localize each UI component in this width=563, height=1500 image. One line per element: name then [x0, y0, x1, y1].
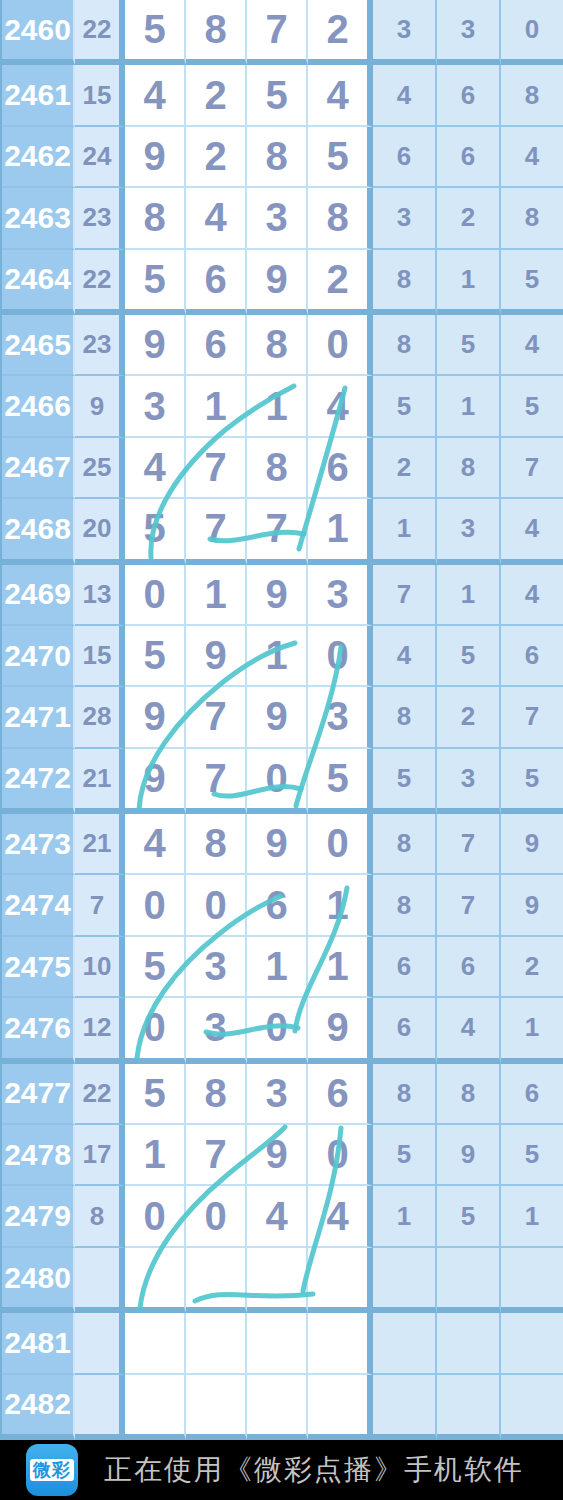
- stat-cell: 3: [373, 0, 437, 65]
- draw-digit-cell: 9: [247, 250, 308, 315]
- stat-cell: 6: [373, 998, 437, 1063]
- stat-cell: 4: [373, 626, 437, 687]
- draw-digit-cell: 3: [247, 1064, 308, 1125]
- draw-digit-cell: 0: [308, 814, 373, 875]
- draw-digit-cell: 0: [308, 1125, 373, 1186]
- draw-digit-cell: 0: [125, 998, 186, 1063]
- draw-digit-cell: [186, 1375, 247, 1440]
- draw-digit-cell: [308, 1375, 373, 1440]
- draw-digit-cell: 9: [186, 626, 247, 687]
- draw-digit-cell: 5: [308, 127, 373, 188]
- draw-digit-cell: 7: [186, 1125, 247, 1186]
- period-cell: 2465: [2, 315, 75, 376]
- sum-cell: [75, 1248, 125, 1313]
- stat-cell: 2: [437, 687, 501, 748]
- stat-cell: 6: [437, 127, 501, 188]
- draw-digit-cell: 2: [186, 65, 247, 126]
- draw-digit-cell: 8: [186, 0, 247, 65]
- sum-cell: 10: [75, 937, 125, 998]
- draw-digit-cell: [247, 1313, 308, 1374]
- stat-cell: 5: [373, 1125, 437, 1186]
- stat-cell: 8: [501, 188, 563, 249]
- stat-cell: 0: [501, 0, 563, 65]
- stat-cell: 9: [437, 1125, 501, 1186]
- chart-row-2482: 2482: [2, 1375, 563, 1440]
- chart-row-2467: 2467254786287: [2, 438, 563, 499]
- stat-cell: 2: [373, 438, 437, 499]
- draw-digit-cell: 3: [247, 188, 308, 249]
- stat-cell: [437, 1375, 501, 1440]
- sum-cell: 17: [75, 1125, 125, 1186]
- draw-digit-cell: 0: [247, 749, 308, 814]
- sum-cell: 23: [75, 188, 125, 249]
- period-cell: 2475: [2, 937, 75, 998]
- draw-digit-cell: 0: [125, 565, 186, 626]
- draw-digit-cell: 5: [125, 0, 186, 65]
- app-icon: 微彩: [26, 1444, 78, 1496]
- stat-cell: 1: [437, 565, 501, 626]
- stat-cell: 7: [437, 875, 501, 936]
- stat-cell: 8: [373, 814, 437, 875]
- draw-digit-cell: 8: [247, 127, 308, 188]
- period-cell: 2463: [2, 188, 75, 249]
- stat-cell: 9: [501, 875, 563, 936]
- draw-digit-cell: 1: [186, 376, 247, 437]
- draw-digit-cell: 6: [308, 1064, 373, 1125]
- stat-cell: [373, 1248, 437, 1313]
- stat-cell: 8: [373, 1064, 437, 1125]
- stat-cell: 6: [501, 1064, 563, 1125]
- period-cell: 2470: [2, 626, 75, 687]
- draw-digit-cell: 8: [186, 1064, 247, 1125]
- draw-digit-cell: 6: [186, 250, 247, 315]
- sum-cell: 23: [75, 315, 125, 376]
- chart-row-2469: 2469130193714: [2, 565, 563, 626]
- period-cell: 2479: [2, 1186, 75, 1247]
- draw-digit-cell: [308, 1313, 373, 1374]
- draw-digit-cell: [125, 1375, 186, 1440]
- stat-cell: 1: [501, 998, 563, 1063]
- stat-cell: 6: [373, 127, 437, 188]
- draw-digit-cell: 7: [186, 438, 247, 499]
- stat-cell: 4: [501, 315, 563, 376]
- stat-cell: 2: [437, 188, 501, 249]
- draw-digit-cell: 9: [308, 998, 373, 1063]
- stat-cell: 4: [437, 998, 501, 1063]
- stat-cell: 3: [437, 749, 501, 814]
- draw-digit-cell: 5: [308, 749, 373, 814]
- period-cell: 2467: [2, 438, 75, 499]
- chart-row-2476: 2476120309641: [2, 998, 563, 1063]
- draw-digit-cell: 1: [247, 626, 308, 687]
- stat-cell: [373, 1375, 437, 1440]
- draw-digit-cell: 8: [186, 814, 247, 875]
- chart-row-2464: 2464225692815: [2, 250, 563, 315]
- chart-row-2466: 246693114515: [2, 376, 563, 437]
- draw-digit-cell: [125, 1313, 186, 1374]
- app-icon-band: 微彩: [30, 1459, 74, 1481]
- stat-cell: 5: [501, 376, 563, 437]
- draw-digit-cell: 1: [308, 937, 373, 998]
- sum-cell: [75, 1375, 125, 1440]
- stat-cell: 8: [501, 65, 563, 126]
- stat-cell: [373, 1313, 437, 1374]
- stat-cell: 5: [437, 1186, 501, 1247]
- draw-digit-cell: 0: [308, 626, 373, 687]
- draw-digit-cell: 0: [186, 1186, 247, 1247]
- stat-cell: 5: [501, 250, 563, 315]
- stat-cell: 5: [373, 376, 437, 437]
- period-cell: 2462: [2, 127, 75, 188]
- trend-chart-table: 2460225872330246115425446824622492856642…: [0, 0, 563, 1440]
- stat-cell: 3: [437, 499, 501, 564]
- sum-cell: 12: [75, 998, 125, 1063]
- chart-row-2472: 2472219705535: [2, 749, 563, 814]
- draw-digit-cell: 1: [247, 376, 308, 437]
- sum-cell: 25: [75, 438, 125, 499]
- draw-digit-cell: 0: [125, 1186, 186, 1247]
- period-cell: 2481: [2, 1313, 75, 1374]
- chart-row-2481: 2481: [2, 1313, 563, 1374]
- sum-cell: 21: [75, 749, 125, 814]
- draw-digit-cell: 4: [308, 1186, 373, 1247]
- stat-cell: 8: [437, 438, 501, 499]
- draw-digit-cell: 0: [186, 875, 247, 936]
- period-cell: 2480: [2, 1248, 75, 1313]
- chart-row-2462: 2462249285664: [2, 127, 563, 188]
- stat-cell: 4: [501, 499, 563, 564]
- chart-row-2465: 2465239680854: [2, 315, 563, 376]
- draw-digit-cell: 7: [186, 749, 247, 814]
- sum-cell: [75, 1313, 125, 1374]
- draw-digit-cell: 4: [125, 814, 186, 875]
- draw-digit-cell: 4: [125, 438, 186, 499]
- draw-digit-cell: 3: [125, 376, 186, 437]
- draw-digit-cell: 6: [308, 438, 373, 499]
- stat-cell: 8: [437, 1064, 501, 1125]
- sum-cell: 8: [75, 1186, 125, 1247]
- stat-cell: 5: [437, 315, 501, 376]
- draw-digit-cell: 1: [247, 937, 308, 998]
- draw-digit-cell: 9: [247, 565, 308, 626]
- sum-cell: 22: [75, 250, 125, 315]
- draw-digit-cell: 5: [125, 250, 186, 315]
- draw-digit-cell: 4: [308, 65, 373, 126]
- stat-cell: 2: [501, 937, 563, 998]
- draw-digit-cell: [186, 1248, 247, 1313]
- draw-digit-cell: 3: [186, 937, 247, 998]
- stat-cell: 4: [501, 565, 563, 626]
- stat-cell: [501, 1313, 563, 1374]
- draw-digit-cell: 1: [308, 499, 373, 564]
- draw-digit-cell: 1: [125, 1125, 186, 1186]
- stat-cell: [501, 1248, 563, 1313]
- draw-digit-cell: 4: [247, 1186, 308, 1247]
- period-cell: 2478: [2, 1125, 75, 1186]
- draw-digit-cell: 9: [247, 1125, 308, 1186]
- stat-cell: [437, 1248, 501, 1313]
- stat-cell: [437, 1313, 501, 1374]
- period-cell: 2476: [2, 998, 75, 1063]
- draw-digit-cell: 3: [308, 565, 373, 626]
- period-cell: 2464: [2, 250, 75, 315]
- draw-digit-cell: 1: [308, 875, 373, 936]
- stat-cell: 7: [373, 565, 437, 626]
- chart-row-2475: 2475105311662: [2, 937, 563, 998]
- stat-cell: 8: [373, 315, 437, 376]
- chart-row-2470: 2470155910456: [2, 626, 563, 687]
- draw-digit-cell: 4: [125, 65, 186, 126]
- sum-cell: 24: [75, 127, 125, 188]
- draw-digit-cell: 5: [125, 626, 186, 687]
- sum-cell: 21: [75, 814, 125, 875]
- stat-cell: 6: [437, 937, 501, 998]
- draw-digit-cell: 7: [247, 499, 308, 564]
- draw-digit-cell: [186, 1313, 247, 1374]
- draw-digit-cell: 8: [247, 315, 308, 376]
- draw-digit-cell: [125, 1248, 186, 1313]
- draw-digit-cell: [247, 1375, 308, 1440]
- app-screen: 2460225872330246115425446824622492856642…: [0, 0, 563, 1500]
- stat-cell: [501, 1375, 563, 1440]
- stat-cell: 3: [437, 0, 501, 65]
- draw-digit-cell: 7: [186, 499, 247, 564]
- chart-row-2460: 2460225872330: [2, 0, 563, 65]
- draw-digit-cell: 2: [186, 127, 247, 188]
- period-cell: 2468: [2, 499, 75, 564]
- stat-cell: 7: [501, 687, 563, 748]
- period-cell: 2477: [2, 1064, 75, 1125]
- stat-cell: 5: [501, 1125, 563, 1186]
- draw-digit-cell: 9: [125, 687, 186, 748]
- draw-digit-cell: 6: [186, 315, 247, 376]
- sum-cell: 9: [75, 376, 125, 437]
- draw-digit-cell: 5: [247, 65, 308, 126]
- draw-digit-cell: 1: [186, 565, 247, 626]
- sum-cell: 15: [75, 65, 125, 126]
- period-cell: 2472: [2, 749, 75, 814]
- draw-digit-cell: 6: [247, 875, 308, 936]
- chart-row-2463: 2463238438328: [2, 188, 563, 249]
- sum-cell: 13: [75, 565, 125, 626]
- stat-cell: 5: [373, 749, 437, 814]
- draw-digit-cell: 3: [308, 687, 373, 748]
- stat-cell: 6: [373, 937, 437, 998]
- chart-row-2478: 2478171790595: [2, 1125, 563, 1186]
- chart-row-2471: 2471289793827: [2, 687, 563, 748]
- period-cell: 2473: [2, 814, 75, 875]
- app-usage-text: 正在使用《微彩点播》手机软件: [104, 1451, 524, 1489]
- draw-digit-cell: 8: [247, 438, 308, 499]
- sum-cell: 22: [75, 0, 125, 65]
- stat-cell: 1: [373, 499, 437, 564]
- stat-cell: 1: [501, 1186, 563, 1247]
- draw-digit-cell: 2: [308, 250, 373, 315]
- draw-digit-cell: 4: [186, 188, 247, 249]
- chart-row-2473: 2473214890879: [2, 814, 563, 875]
- chart-row-2477: 2477225836886: [2, 1064, 563, 1125]
- draw-digit-cell: 8: [308, 188, 373, 249]
- draw-digit-cell: 9: [125, 127, 186, 188]
- stat-cell: 8: [373, 875, 437, 936]
- draw-digit-cell: 5: [125, 499, 186, 564]
- draw-digit-cell: 9: [247, 687, 308, 748]
- period-cell: 2466: [2, 376, 75, 437]
- period-cell: 2482: [2, 1375, 75, 1440]
- draw-digit-cell: 9: [125, 749, 186, 814]
- draw-digit-cell: 7: [247, 0, 308, 65]
- period-cell: 2461: [2, 65, 75, 126]
- draw-digit-cell: 0: [247, 998, 308, 1063]
- sum-cell: 28: [75, 687, 125, 748]
- stat-cell: 6: [501, 626, 563, 687]
- stat-cell: 1: [437, 250, 501, 315]
- draw-digit-cell: 2: [308, 0, 373, 65]
- stat-cell: 5: [501, 749, 563, 814]
- stat-cell: 9: [501, 814, 563, 875]
- period-cell: 2474: [2, 875, 75, 936]
- sum-cell: 20: [75, 499, 125, 564]
- stat-cell: 3: [373, 188, 437, 249]
- draw-digit-cell: 0: [125, 875, 186, 936]
- app-icon-label: 微彩: [33, 1461, 71, 1479]
- stat-cell: 4: [373, 65, 437, 126]
- draw-digit-cell: 7: [186, 687, 247, 748]
- sum-cell: 22: [75, 1064, 125, 1125]
- draw-digit-cell: 8: [125, 188, 186, 249]
- stat-cell: 8: [373, 687, 437, 748]
- draw-digit-cell: 5: [125, 937, 186, 998]
- draw-digit-cell: 3: [186, 998, 247, 1063]
- stat-cell: 4: [501, 127, 563, 188]
- stat-cell: 8: [373, 250, 437, 315]
- period-cell: 2460: [2, 0, 75, 65]
- period-cell: 2469: [2, 565, 75, 626]
- draw-digit-cell: [247, 1248, 308, 1313]
- chart-row-2468: 2468205771134: [2, 499, 563, 564]
- stat-cell: 6: [437, 65, 501, 126]
- period-cell: 2471: [2, 687, 75, 748]
- draw-digit-cell: [308, 1248, 373, 1313]
- stat-cell: 7: [501, 438, 563, 499]
- chart-row-2480: 2480: [2, 1248, 563, 1313]
- chart-row-2461: 2461154254468: [2, 65, 563, 126]
- sum-cell: 15: [75, 626, 125, 687]
- stat-cell: 7: [437, 814, 501, 875]
- footer-bar: 微彩 正在使用《微彩点播》手机软件: [0, 1440, 563, 1500]
- stat-cell: 1: [437, 376, 501, 437]
- chart-row-2474: 247470061879: [2, 875, 563, 936]
- draw-digit-cell: 4: [308, 376, 373, 437]
- draw-digit-cell: 0: [308, 315, 373, 376]
- chart-row-2479: 247980044151: [2, 1186, 563, 1247]
- draw-digit-cell: 9: [125, 315, 186, 376]
- sum-cell: 7: [75, 875, 125, 936]
- stat-cell: 5: [437, 626, 501, 687]
- stat-cell: 1: [373, 1186, 437, 1247]
- draw-digit-cell: 9: [247, 814, 308, 875]
- draw-digit-cell: 5: [125, 1064, 186, 1125]
